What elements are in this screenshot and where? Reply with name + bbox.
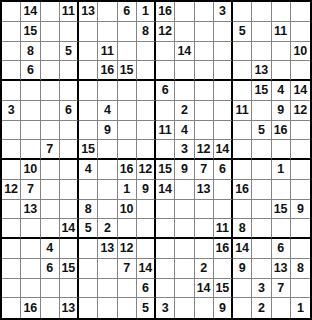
- cell-r13c8-empty[interactable]: [137, 239, 156, 259]
- cell-r9c2-given: 10: [21, 160, 40, 180]
- cell-r13c9-empty[interactable]: [156, 239, 175, 259]
- cell-r5c8-empty[interactable]: [137, 81, 156, 101]
- cell-r10c16-empty[interactable]: [291, 180, 310, 200]
- cell-r2c9-given: 12: [156, 22, 175, 42]
- cell-r1c4-given: 11: [60, 2, 79, 22]
- cell-r2c13-given: 5: [233, 22, 252, 42]
- cell-r14c11-given: 2: [195, 259, 214, 279]
- cell-r2c1-empty[interactable]: [2, 22, 21, 42]
- cell-r2c3-empty[interactable]: [41, 22, 60, 42]
- cell-r9c6-empty[interactable]: [98, 160, 117, 180]
- sudoku-board: 1411136116315812511851114106161513615414…: [0, 0, 312, 320]
- cell-r12c9-empty[interactable]: [156, 219, 175, 239]
- cell-r7c6-given: 9: [98, 121, 117, 141]
- cell-r15c14-given: 3: [252, 279, 271, 299]
- cell-r3c12-empty[interactable]: [214, 42, 233, 62]
- cell-r14c16-given: 8: [291, 259, 310, 279]
- cell-r11c11-empty[interactable]: [195, 200, 214, 220]
- cell-r2c16-empty[interactable]: [291, 22, 310, 42]
- cell-r10c4-empty[interactable]: [60, 180, 79, 200]
- cell-r13c15-given: 6: [272, 239, 291, 259]
- cell-r12c8-empty[interactable]: [137, 219, 156, 239]
- cell-r5c7-empty[interactable]: [118, 81, 137, 101]
- cell-r14c4-given: 15: [60, 259, 79, 279]
- cell-r15c15-given: 7: [272, 279, 291, 299]
- cell-r9c16-empty[interactable]: [291, 160, 310, 180]
- cell-r9c14-empty[interactable]: [252, 160, 271, 180]
- cell-r15c7-empty[interactable]: [118, 279, 137, 299]
- cell-r4c11-empty[interactable]: [195, 61, 214, 81]
- cell-r10c3-empty[interactable]: [41, 180, 60, 200]
- cell-r7c12-empty[interactable]: [214, 121, 233, 141]
- cell-r11c4-empty[interactable]: [60, 200, 79, 220]
- cell-r9c7-given: 16: [118, 160, 137, 180]
- cell-r9c10-given: 9: [175, 160, 194, 180]
- cell-r6c9-empty[interactable]: [156, 101, 175, 121]
- cell-r3c10-given: 14: [175, 42, 194, 62]
- cell-r9c1-empty[interactable]: [2, 160, 21, 180]
- cell-r4c13-empty[interactable]: [233, 61, 252, 81]
- cell-r1c13-empty[interactable]: [233, 2, 252, 22]
- cell-r12c7-empty[interactable]: [118, 219, 137, 239]
- cell-r12c3-empty[interactable]: [41, 219, 60, 239]
- cell-r8c1-empty[interactable]: [2, 140, 21, 160]
- cell-r16c7-empty[interactable]: [118, 298, 137, 318]
- cell-r4c5-empty[interactable]: [79, 61, 98, 81]
- cell-r6c11-empty[interactable]: [195, 101, 214, 121]
- cell-r14c9-empty[interactable]: [156, 259, 175, 279]
- cell-r9c13-empty[interactable]: [233, 160, 252, 180]
- cell-r11c7-given: 10: [118, 200, 137, 220]
- cell-r10c8-given: 9: [137, 180, 156, 200]
- cell-r15c3-empty[interactable]: [41, 279, 60, 299]
- cell-r8c14-empty[interactable]: [252, 140, 271, 160]
- cell-r1c2-given: 14: [21, 2, 40, 22]
- cell-r13c6-given: 13: [98, 239, 117, 259]
- cell-r5c6-empty[interactable]: [98, 81, 117, 101]
- cell-r2c2-given: 15: [21, 22, 40, 42]
- cell-r12c10-empty[interactable]: [175, 219, 194, 239]
- cell-r15c12-given: 15: [214, 279, 233, 299]
- cell-r13c5-empty[interactable]: [79, 239, 98, 259]
- cell-r1c11-empty[interactable]: [195, 2, 214, 22]
- cell-r4c15-empty[interactable]: [272, 61, 291, 81]
- cell-r13c11-empty[interactable]: [195, 239, 214, 259]
- cell-r8c2-empty[interactable]: [21, 140, 40, 160]
- cell-r5c10-empty[interactable]: [175, 81, 194, 101]
- cell-r5c2-empty[interactable]: [21, 81, 40, 101]
- cell-r3c8-empty[interactable]: [137, 42, 156, 62]
- cell-r15c10-empty[interactable]: [175, 279, 194, 299]
- cell-r3c16-given: 10: [291, 42, 310, 62]
- cell-r7c3-empty[interactable]: [41, 121, 60, 141]
- cell-r15c11-given: 14: [195, 279, 214, 299]
- cell-r3c4-given: 5: [60, 42, 79, 62]
- cell-r15c9-empty[interactable]: [156, 279, 175, 299]
- cell-r14c6-empty[interactable]: [98, 259, 117, 279]
- cell-r7c13-empty[interactable]: [233, 121, 252, 141]
- cell-r1c15-empty[interactable]: [272, 2, 291, 22]
- cell-r16c8-given: 5: [137, 298, 156, 318]
- cell-r8c5-given: 15: [79, 140, 98, 160]
- cell-r11c13-empty[interactable]: [233, 200, 252, 220]
- cell-r16c12-given: 9: [214, 298, 233, 318]
- cell-r11c16-given: 9: [291, 200, 310, 220]
- cell-r12c15-empty[interactable]: [272, 219, 291, 239]
- cell-r7c16-empty[interactable]: [291, 121, 310, 141]
- cell-r3c3-empty[interactable]: [41, 42, 60, 62]
- cell-r10c1-given: 12: [2, 180, 21, 200]
- cell-r13c16-empty[interactable]: [291, 239, 310, 259]
- cell-r14c3-given: 6: [41, 259, 60, 279]
- cell-r4c3-empty[interactable]: [41, 61, 60, 81]
- cell-r3c15-empty[interactable]: [272, 42, 291, 62]
- cell-r16c13-empty[interactable]: [233, 298, 252, 318]
- cell-r5c14-given: 15: [252, 81, 271, 101]
- cell-r13c10-empty[interactable]: [175, 239, 194, 259]
- cell-r9c9-given: 15: [156, 160, 175, 180]
- cell-r6c15-given: 9: [272, 101, 291, 121]
- cell-r4c8-empty[interactable]: [137, 61, 156, 81]
- cell-r4c4-empty[interactable]: [60, 61, 79, 81]
- cell-r8c6-empty[interactable]: [98, 140, 117, 160]
- cell-r15c16-empty[interactable]: [291, 279, 310, 299]
- cell-r7c8-empty[interactable]: [137, 121, 156, 141]
- cell-r16c6-empty[interactable]: [98, 298, 117, 318]
- cell-r4c7-given: 15: [118, 61, 137, 81]
- cell-r4c14-given: 13: [252, 61, 271, 81]
- cell-r6c5-empty[interactable]: [79, 101, 98, 121]
- cell-r8c10-given: 3: [175, 140, 194, 160]
- cell-r2c15-given: 11: [272, 22, 291, 42]
- cell-r15c2-empty[interactable]: [21, 279, 40, 299]
- cell-r1c8-given: 1: [137, 2, 156, 22]
- cell-r1c12-given: 3: [214, 2, 233, 22]
- cell-r16c16-given: 1: [291, 298, 310, 318]
- puzzle-page: 1411136116315812511851114106161513615414…: [0, 0, 312, 320]
- cell-r16c2-given: 16: [21, 298, 40, 318]
- cell-r4c12-empty[interactable]: [214, 61, 233, 81]
- cell-r10c15-empty[interactable]: [272, 180, 291, 200]
- cell-r13c2-empty[interactable]: [21, 239, 40, 259]
- cell-r7c11-empty[interactable]: [195, 121, 214, 141]
- cell-r7c1-empty[interactable]: [2, 121, 21, 141]
- cell-r8c16-empty[interactable]: [291, 140, 310, 160]
- cell-r1c16-empty[interactable]: [291, 2, 310, 22]
- cell-r5c9-given: 6: [156, 81, 175, 101]
- cell-r16c4-given: 13: [60, 298, 79, 318]
- cell-r11c12-empty[interactable]: [214, 200, 233, 220]
- cell-r1c3-empty[interactable]: [41, 2, 60, 22]
- cell-r15c6-empty[interactable]: [98, 279, 117, 299]
- cell-r14c2-empty[interactable]: [21, 259, 40, 279]
- cell-r14c14-empty[interactable]: [252, 259, 271, 279]
- cell-r6c13-given: 11: [233, 101, 252, 121]
- cell-r4c2-given: 6: [21, 61, 40, 81]
- cell-r5c12-empty[interactable]: [214, 81, 233, 101]
- cell-r3c5-empty[interactable]: [79, 42, 98, 62]
- cell-r6c3-empty[interactable]: [41, 101, 60, 121]
- cell-r7c10-given: 4: [175, 121, 194, 141]
- cell-r6c4-given: 6: [60, 101, 79, 121]
- cell-r8c12-given: 14: [214, 140, 233, 160]
- cell-r5c3-empty[interactable]: [41, 81, 60, 101]
- cell-r8c13-empty[interactable]: [233, 140, 252, 160]
- cell-r3c6-given: 11: [98, 42, 117, 62]
- cell-r5c16-given: 14: [291, 81, 310, 101]
- cell-r14c12-empty[interactable]: [214, 259, 233, 279]
- cell-r9c3-empty[interactable]: [41, 160, 60, 180]
- cell-r3c14-empty[interactable]: [252, 42, 271, 62]
- cell-r16c11-empty[interactable]: [195, 298, 214, 318]
- cell-r2c14-empty[interactable]: [252, 22, 271, 42]
- cell-r15c5-empty[interactable]: [79, 279, 98, 299]
- cell-r2c12-empty[interactable]: [214, 22, 233, 42]
- cell-r16c10-empty[interactable]: [175, 298, 194, 318]
- cell-r7c9-given: 11: [156, 121, 175, 141]
- cell-r3c11-empty[interactable]: [195, 42, 214, 62]
- cell-r1c5-given: 13: [79, 2, 98, 22]
- cell-r5c11-empty[interactable]: [195, 81, 214, 101]
- cell-r9c8-given: 12: [137, 160, 156, 180]
- cell-r10c5-empty[interactable]: [79, 180, 98, 200]
- cell-r2c11-empty[interactable]: [195, 22, 214, 42]
- cell-r2c8-given: 8: [137, 22, 156, 42]
- cell-r1c14-empty[interactable]: [252, 2, 271, 22]
- cell-r8c11-given: 12: [195, 140, 214, 160]
- cell-r1c6-empty[interactable]: [98, 2, 117, 22]
- cell-r3c9-empty[interactable]: [156, 42, 175, 62]
- cell-r13c1-empty[interactable]: [2, 239, 21, 259]
- cell-r1c10-empty[interactable]: [175, 2, 194, 22]
- cell-r3c13-empty[interactable]: [233, 42, 252, 62]
- cell-r7c4-empty[interactable]: [60, 121, 79, 141]
- cell-r10c14-empty[interactable]: [252, 180, 271, 200]
- cell-r14c7-given: 7: [118, 259, 137, 279]
- cell-r6c1-given: 3: [2, 101, 21, 121]
- cell-r7c7-empty[interactable]: [118, 121, 137, 141]
- cell-r13c13-given: 14: [233, 239, 252, 259]
- cell-r1c7-given: 6: [118, 2, 137, 22]
- cell-r2c10-empty[interactable]: [175, 22, 194, 42]
- cell-r14c5-empty[interactable]: [79, 259, 98, 279]
- cell-r6c2-empty[interactable]: [21, 101, 40, 121]
- cell-r12c2-empty[interactable]: [21, 219, 40, 239]
- cell-r3c1-empty[interactable]: [2, 42, 21, 62]
- cell-r16c5-empty[interactable]: [79, 298, 98, 318]
- cell-r6c12-empty[interactable]: [214, 101, 233, 121]
- cell-r13c7-given: 12: [118, 239, 137, 259]
- cell-r13c4-empty[interactable]: [60, 239, 79, 259]
- cell-r8c7-empty[interactable]: [118, 140, 137, 160]
- cell-r9c11-given: 7: [195, 160, 214, 180]
- cell-r12c13-given: 8: [233, 219, 252, 239]
- cell-r6c8-empty[interactable]: [137, 101, 156, 121]
- cell-r5c1-empty[interactable]: [2, 81, 21, 101]
- cell-r8c8-empty[interactable]: [137, 140, 156, 160]
- cell-r11c6-empty[interactable]: [98, 200, 117, 220]
- cell-r15c1-empty[interactable]: [2, 279, 21, 299]
- cell-r15c13-empty[interactable]: [233, 279, 252, 299]
- cell-r15c8-given: 6: [137, 279, 156, 299]
- cell-r10c12-empty[interactable]: [214, 180, 233, 200]
- cell-r11c15-given: 15: [272, 200, 291, 220]
- cell-r11c14-empty[interactable]: [252, 200, 271, 220]
- cell-r9c15-given: 1: [272, 160, 291, 180]
- cell-r7c5-empty[interactable]: [79, 121, 98, 141]
- cell-r13c3-given: 4: [41, 239, 60, 259]
- cell-r14c8-given: 14: [137, 259, 156, 279]
- cell-r10c10-empty[interactable]: [175, 180, 194, 200]
- cell-r6c10-given: 2: [175, 101, 194, 121]
- cell-r7c14-given: 5: [252, 121, 271, 141]
- cell-r9c12-given: 6: [214, 160, 233, 180]
- cell-r14c10-empty[interactable]: [175, 259, 194, 279]
- cell-r12c14-empty[interactable]: [252, 219, 271, 239]
- cell-r2c7-empty[interactable]: [118, 22, 137, 42]
- cell-r8c9-empty[interactable]: [156, 140, 175, 160]
- cell-r10c13-given: 16: [233, 180, 252, 200]
- cell-r4c1-empty[interactable]: [2, 61, 21, 81]
- cell-r9c5-given: 4: [79, 160, 98, 180]
- cell-r7c2-empty[interactable]: [21, 121, 40, 141]
- cell-r5c13-empty[interactable]: [233, 81, 252, 101]
- cell-r12c12-given: 11: [214, 219, 233, 239]
- cell-r3c7-empty[interactable]: [118, 42, 137, 62]
- cell-r6c14-empty[interactable]: [252, 101, 271, 121]
- cell-r12c5-given: 5: [79, 219, 98, 239]
- cell-r11c3-empty[interactable]: [41, 200, 60, 220]
- cell-r6c7-empty[interactable]: [118, 101, 137, 121]
- cell-r3c2-given: 8: [21, 42, 40, 62]
- cell-r10c9-given: 14: [156, 180, 175, 200]
- cell-r12c16-empty[interactable]: [291, 219, 310, 239]
- cell-r4c6-given: 16: [98, 61, 117, 81]
- cell-r11c9-empty[interactable]: [156, 200, 175, 220]
- cell-r16c15-empty[interactable]: [272, 298, 291, 318]
- cell-r10c7-given: 1: [118, 180, 137, 200]
- cell-r15c4-empty[interactable]: [60, 279, 79, 299]
- cell-r5c5-empty[interactable]: [79, 81, 98, 101]
- cell-r6c16-given: 12: [291, 101, 310, 121]
- cell-r12c1-empty[interactable]: [2, 219, 21, 239]
- cell-r11c5-given: 8: [79, 200, 98, 220]
- cell-r14c1-empty[interactable]: [2, 259, 21, 279]
- cell-r10c6-empty[interactable]: [98, 180, 117, 200]
- cell-r4c16-empty[interactable]: [291, 61, 310, 81]
- cell-r6c6-given: 4: [98, 101, 117, 121]
- cell-r11c8-empty[interactable]: [137, 200, 156, 220]
- cell-r8c3-given: 7: [41, 140, 60, 160]
- cell-r2c4-empty[interactable]: [60, 22, 79, 42]
- cell-r16c14-given: 2: [252, 298, 271, 318]
- cell-r16c3-empty[interactable]: [41, 298, 60, 318]
- cell-r16c9-given: 3: [156, 298, 175, 318]
- cell-r11c2-given: 13: [21, 200, 40, 220]
- cell-r7c15-given: 16: [272, 121, 291, 141]
- cell-r1c9-given: 16: [156, 2, 175, 22]
- cell-r10c2-given: 7: [21, 180, 40, 200]
- cell-r12c6-given: 2: [98, 219, 117, 239]
- cell-r10c11-given: 13: [195, 180, 214, 200]
- cell-r12c11-empty[interactable]: [195, 219, 214, 239]
- cell-r2c5-empty[interactable]: [79, 22, 98, 42]
- cell-r12c4-given: 14: [60, 219, 79, 239]
- cell-r14c13-given: 9: [233, 259, 252, 279]
- cell-r13c14-empty[interactable]: [252, 239, 271, 259]
- cell-r2c6-empty[interactable]: [98, 22, 117, 42]
- cell-r5c15-given: 4: [272, 81, 291, 101]
- cell-r4c9-empty[interactable]: [156, 61, 175, 81]
- cell-r9c4-empty[interactable]: [60, 160, 79, 180]
- cell-r4c10-empty[interactable]: [175, 61, 194, 81]
- cell-r8c4-empty[interactable]: [60, 140, 79, 160]
- cell-r14c15-given: 13: [272, 259, 291, 279]
- cell-r11c10-empty[interactable]: [175, 200, 194, 220]
- cell-r1c1-empty[interactable]: [2, 2, 21, 22]
- cell-r5c4-empty[interactable]: [60, 81, 79, 101]
- cell-r11c1-empty[interactable]: [2, 200, 21, 220]
- cell-r8c15-empty[interactable]: [272, 140, 291, 160]
- cell-r16c1-empty[interactable]: [2, 298, 21, 318]
- cell-r13c12-given: 16: [214, 239, 233, 259]
